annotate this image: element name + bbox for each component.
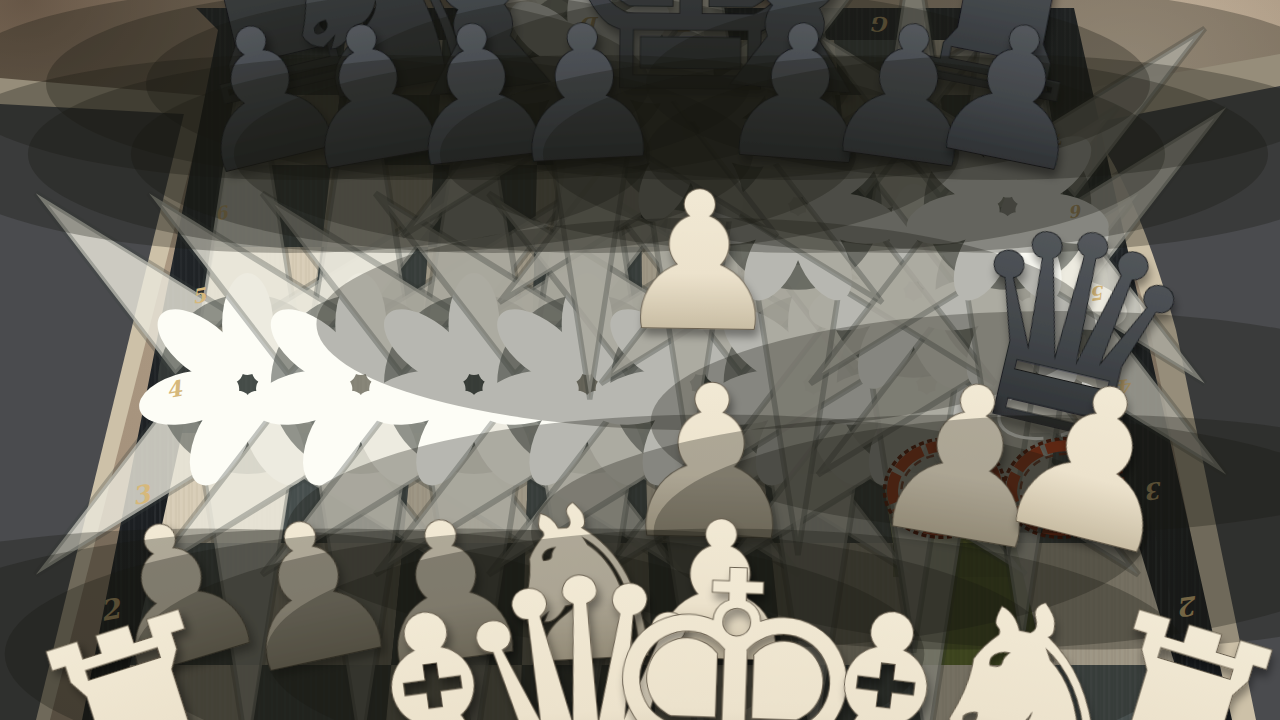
chess-3d-scene: ABCDEFGH87654328765432♜♞♝♚♝♜♟♟♟♟♟♟♟♟♛♟♟♟…	[0, 0, 1280, 720]
chess-board-scene: ABCDEFGH87654328765432♜♞♝♚♝♜♟♟♟♟♟♟♟♟♛♟♟♟…	[0, 0, 1280, 720]
